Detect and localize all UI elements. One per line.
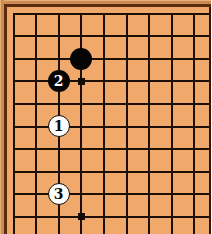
move-number-label: 2 (54, 74, 64, 88)
stone-white-3: 3 (48, 183, 70, 205)
go-board-diagram: 213 (0, 0, 211, 234)
stone-white-1: 1 (48, 115, 70, 137)
stone-layer: 213 (2, 2, 205, 228)
board-right-edge (209, 0, 212, 234)
move-number-label: 3 (54, 187, 64, 201)
stone-black (70, 48, 92, 70)
stone-black-2: 2 (48, 70, 70, 92)
move-number-label: 1 (54, 119, 64, 133)
